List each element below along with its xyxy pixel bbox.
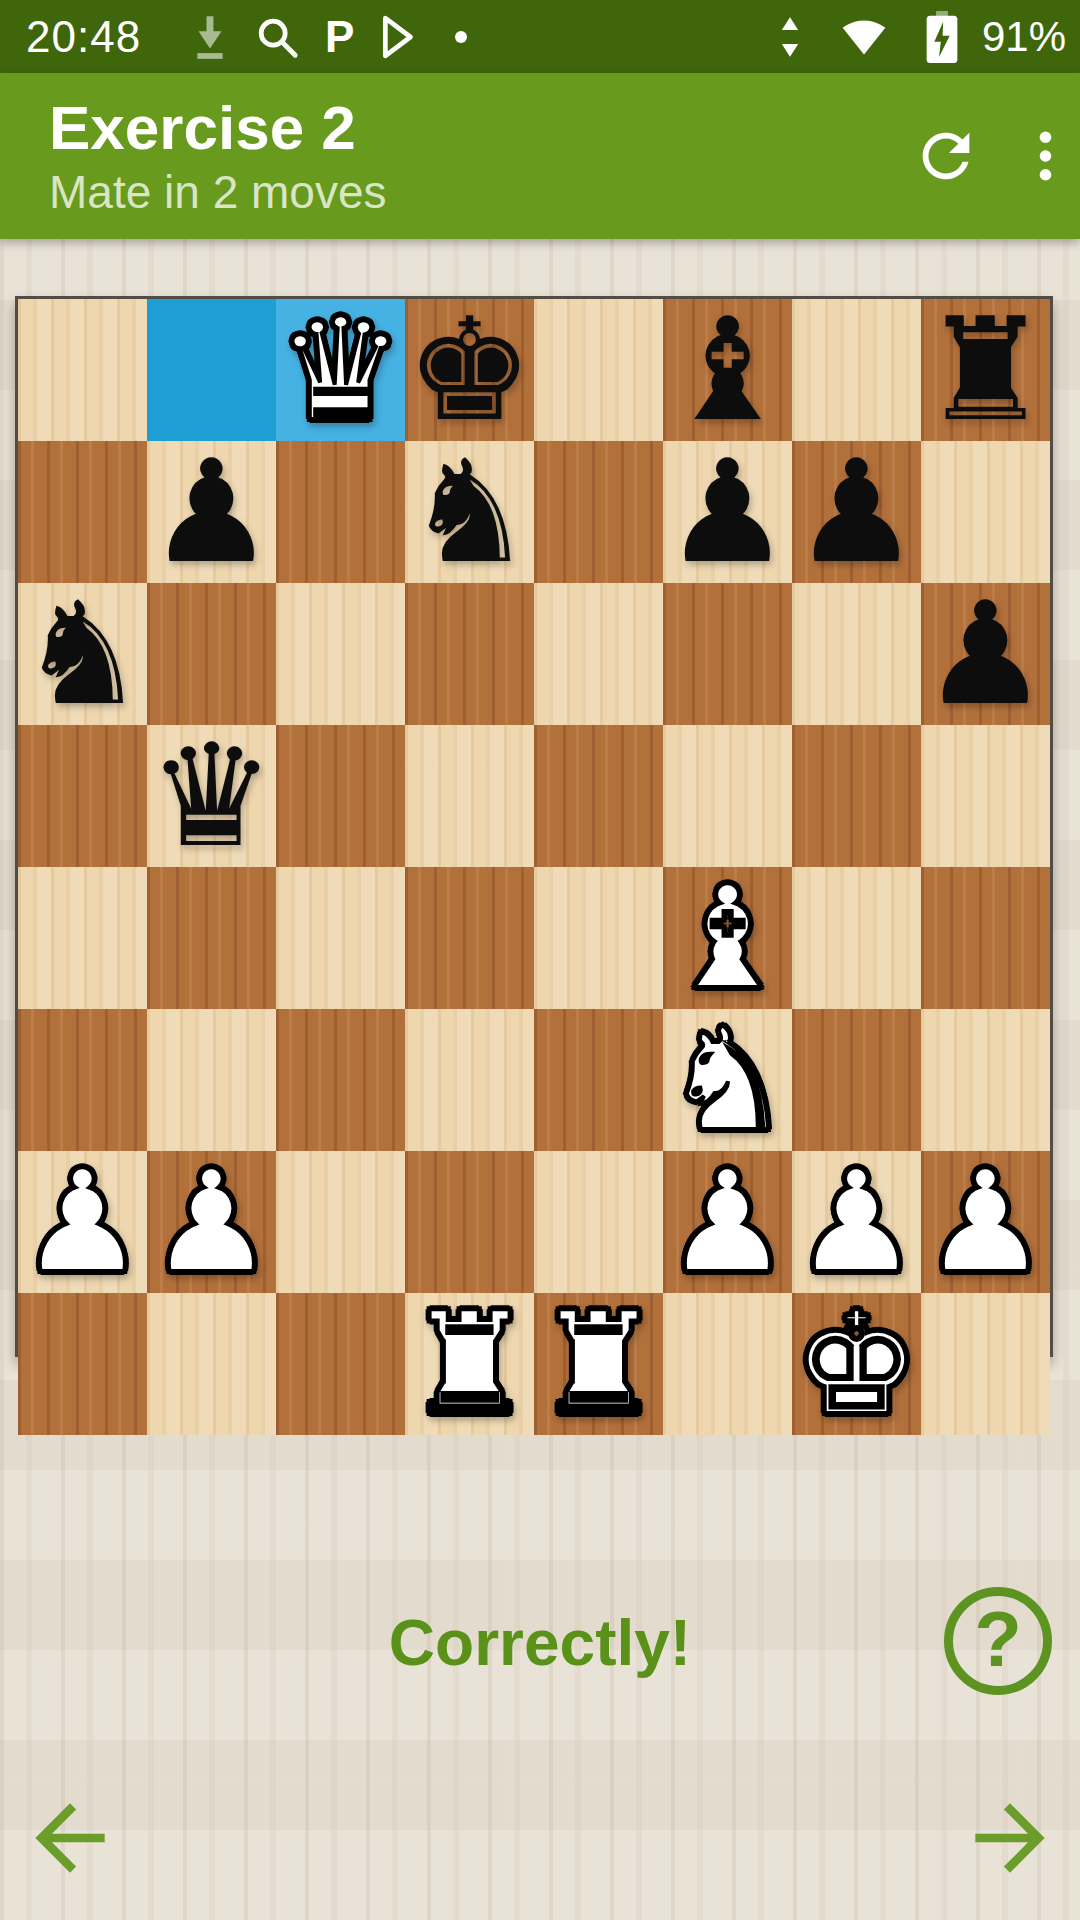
square-g4[interactable]: [792, 867, 921, 1009]
square-f2[interactable]: ♟: [663, 1151, 792, 1293]
square-d6[interactable]: [405, 583, 534, 725]
square-e4[interactable]: [534, 867, 663, 1009]
square-c4[interactable]: [276, 867, 405, 1009]
square-d8[interactable]: ♚: [405, 299, 534, 441]
square-f7[interactable]: ♟: [663, 441, 792, 583]
square-e5[interactable]: [534, 725, 663, 867]
status-bar: 20:48 P: [0, 0, 1080, 73]
white-pawn: ♟: [793, 1151, 920, 1293]
battery-percent: 91%: [982, 13, 1066, 61]
square-d2[interactable]: [405, 1151, 534, 1293]
square-b3[interactable]: [147, 1009, 276, 1151]
square-b2[interactable]: ♟: [147, 1151, 276, 1293]
square-h8[interactable]: ♜: [921, 299, 1050, 441]
status-time: 20:48: [26, 12, 141, 62]
square-g5[interactable]: [792, 725, 921, 867]
square-d3[interactable]: [405, 1009, 534, 1151]
network-activity-icon: [777, 16, 803, 58]
battery-charging-icon: [925, 11, 959, 63]
white-rook: ♜: [535, 1293, 662, 1435]
forward-button[interactable]: [958, 1786, 1062, 1890]
square-c8[interactable]: ♛: [276, 299, 405, 441]
app-bar-titles: Exercise 2 Mate in 2 moves: [49, 95, 386, 216]
square-a6[interactable]: ♞: [18, 583, 147, 725]
square-e6[interactable]: [534, 583, 663, 725]
square-e2[interactable]: [534, 1151, 663, 1293]
back-arrow-icon: [18, 1786, 122, 1890]
back-button[interactable]: [18, 1786, 122, 1890]
square-a3[interactable]: [18, 1009, 147, 1151]
square-c5[interactable]: [276, 725, 405, 867]
forward-arrow-icon: [958, 1786, 1062, 1890]
square-g3[interactable]: [792, 1009, 921, 1151]
white-bishop: ♝: [664, 867, 791, 1009]
square-h6[interactable]: ♟: [921, 583, 1050, 725]
square-c2[interactable]: [276, 1151, 405, 1293]
black-pawn: ♟: [664, 441, 791, 583]
square-h7[interactable]: [921, 441, 1050, 583]
square-c3[interactable]: [276, 1009, 405, 1151]
square-d7[interactable]: ♞: [405, 441, 534, 583]
white-rook: ♜: [406, 1293, 533, 1435]
overflow-menu-icon: [1039, 131, 1052, 181]
notification-dot-icon: [454, 30, 468, 44]
square-a7[interactable]: [18, 441, 147, 583]
refresh-button[interactable]: [911, 121, 981, 191]
p-icon: P: [325, 12, 354, 62]
black-bishop: ♝: [664, 299, 791, 441]
square-d1[interactable]: ♜: [405, 1293, 534, 1435]
status-right-cluster: 91%: [766, 11, 1066, 63]
black-queen: ♛: [148, 725, 275, 867]
result-text: Correctly!: [389, 1606, 691, 1680]
square-h2[interactable]: ♟: [921, 1151, 1050, 1293]
app-bar: Exercise 2 Mate in 2 moves: [0, 73, 1080, 239]
square-a1[interactable]: [18, 1293, 147, 1435]
black-knight: ♞: [19, 583, 146, 725]
square-f3[interactable]: ♞: [663, 1009, 792, 1151]
white-pawn: ♟: [19, 1151, 146, 1293]
square-f6[interactable]: [663, 583, 792, 725]
square-f5[interactable]: [663, 725, 792, 867]
white-pawn: ♟: [664, 1151, 791, 1293]
square-f1[interactable]: [663, 1293, 792, 1435]
square-b7[interactable]: ♟: [147, 441, 276, 583]
square-g2[interactable]: ♟: [792, 1151, 921, 1293]
square-g6[interactable]: [792, 583, 921, 725]
white-queen: ♛: [277, 299, 404, 441]
square-g1[interactable]: ♚: [792, 1293, 921, 1435]
square-h3[interactable]: [921, 1009, 1050, 1151]
square-f8[interactable]: ♝: [663, 299, 792, 441]
square-e3[interactable]: [534, 1009, 663, 1151]
black-king: ♚: [406, 299, 533, 441]
chess-board: ♛♚♝♜♟♞♟♟♞♟♛♝♞♟♟♟♟♟♜♜♚: [15, 296, 1053, 1357]
app-bar-actions: [911, 121, 1052, 191]
page-title: Exercise 2: [49, 95, 386, 160]
square-a8[interactable]: [18, 299, 147, 441]
refresh-icon: [911, 121, 981, 191]
white-king: ♚: [793, 1293, 920, 1435]
square-b1[interactable]: [147, 1293, 276, 1435]
wifi-icon: [837, 15, 891, 59]
help-button[interactable]: ?: [944, 1587, 1052, 1695]
black-rook: ♜: [922, 299, 1049, 441]
square-c7[interactable]: [276, 441, 405, 583]
screen: 20:48 P: [0, 0, 1080, 1920]
square-h4[interactable]: [921, 867, 1050, 1009]
overflow-menu-button[interactable]: [1039, 131, 1052, 181]
black-pawn: ♟: [148, 441, 275, 583]
square-a5[interactable]: [18, 725, 147, 867]
square-e1[interactable]: ♜: [534, 1293, 663, 1435]
square-e7[interactable]: [534, 441, 663, 583]
square-a4[interactable]: [18, 867, 147, 1009]
question-mark-icon: ?: [974, 1594, 1022, 1685]
white-pawn: ♟: [148, 1151, 275, 1293]
white-knight: ♞: [664, 1009, 791, 1151]
search-icon: [254, 14, 300, 60]
square-h1[interactable]: [921, 1293, 1050, 1435]
black-knight: ♞: [406, 441, 533, 583]
play-store-icon: [379, 14, 421, 60]
black-pawn: ♟: [793, 441, 920, 583]
square-e8[interactable]: [534, 299, 663, 441]
square-a2[interactable]: ♟: [18, 1151, 147, 1293]
square-h5[interactable]: [921, 725, 1050, 867]
square-g8[interactable]: [792, 299, 921, 441]
square-c1[interactable]: [276, 1293, 405, 1435]
square-g7[interactable]: ♟: [792, 441, 921, 583]
page-subtitle: Mate in 2 moves: [49, 168, 386, 216]
square-d5[interactable]: [405, 725, 534, 867]
download-icon: [188, 14, 232, 60]
square-b8[interactable]: [147, 299, 276, 441]
square-b6[interactable]: [147, 583, 276, 725]
black-pawn: ♟: [922, 583, 1049, 725]
white-pawn: ♟: [922, 1151, 1049, 1293]
square-c6[interactable]: [276, 583, 405, 725]
square-b4[interactable]: [147, 867, 276, 1009]
square-d4[interactable]: [405, 867, 534, 1009]
square-f4[interactable]: ♝: [663, 867, 792, 1009]
square-b5[interactable]: ♛: [147, 725, 276, 867]
